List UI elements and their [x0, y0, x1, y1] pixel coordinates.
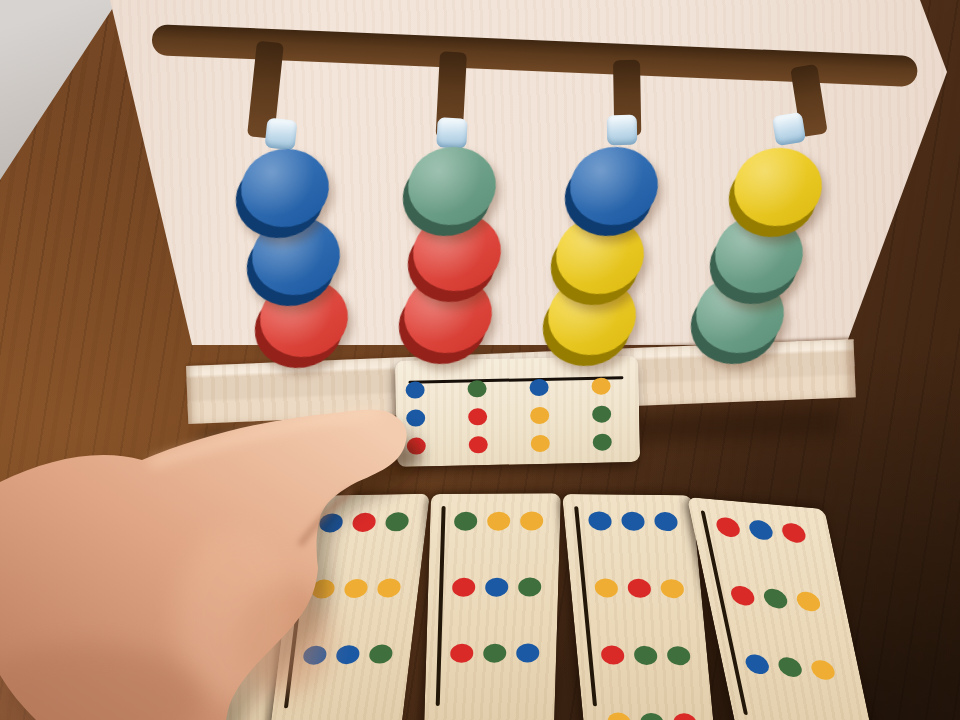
card5-dot-r3c3 — [809, 659, 836, 680]
ref-dot-r3c3 — [530, 434, 549, 451]
card5-dot-r3c2 — [777, 656, 804, 677]
card4-dot-r3c3 — [666, 646, 691, 665]
card5-dot-r2c3 — [795, 591, 822, 612]
card3-dot-r2c2 — [485, 577, 509, 596]
disc-col3-top[interactable] — [564, 141, 663, 232]
peg-1 — [265, 118, 298, 151]
peg-3 — [607, 115, 638, 146]
card5-dot-r3c1 — [744, 654, 771, 675]
photo-scene — [0, 0, 960, 720]
card3-dot-r1c2 — [487, 511, 511, 530]
card4-dot-r4c3 — [673, 713, 698, 720]
card4-dot-r1c1 — [588, 511, 613, 530]
ref-dot-r2c4 — [591, 405, 610, 422]
card5-dot-r1c2 — [747, 519, 774, 540]
card3-dot-r3c3 — [516, 643, 540, 662]
card4-dot-r4c2 — [640, 713, 665, 720]
card5-dot-r2c1 — [729, 585, 756, 606]
card5-dot-r2c2 — [762, 588, 789, 609]
disc-col4-top[interactable] — [728, 142, 827, 233]
card3-dot-r3c2 — [483, 643, 507, 662]
card4-dot-r3c1 — [600, 645, 625, 664]
card3-dot-r3c1 — [450, 643, 474, 662]
peg-4 — [772, 112, 806, 146]
card3-dot-r1c3 — [520, 511, 544, 530]
ref-dot-r1c2 — [467, 380, 486, 397]
ref-dot-r2c3 — [529, 406, 548, 423]
ref-dot-r3c4 — [592, 433, 611, 450]
ref-dot-r1c3 — [529, 378, 548, 395]
card5-dot-r1c1 — [715, 516, 742, 537]
disc-col2-top[interactable] — [402, 141, 501, 232]
ref-dot-r1c4 — [591, 377, 610, 394]
card3-dots — [444, 487, 549, 686]
card4-dot-r2c1 — [594, 578, 619, 597]
card3-dot-r1c1 — [454, 511, 478, 530]
card4-dot-r2c2 — [627, 579, 652, 598]
card5-dot-r1c3 — [780, 522, 807, 543]
card4-dot-r1c3 — [654, 512, 679, 531]
card4-dots — [580, 487, 704, 720]
card4-dot-r4c1 — [607, 712, 632, 720]
ref-dot-r2c2 — [468, 408, 487, 425]
card4-dot-r2c3 — [660, 579, 685, 598]
card4-dot-r1c2 — [621, 512, 646, 531]
card3-dot-r2c1 — [452, 577, 476, 596]
card3-dot-r2c3 — [518, 577, 542, 596]
pointing-hand — [0, 370, 450, 720]
disc-col1-top[interactable] — [235, 143, 334, 234]
card4-dot-r3c2 — [633, 646, 658, 665]
ref-dot-r3c2 — [468, 436, 487, 453]
